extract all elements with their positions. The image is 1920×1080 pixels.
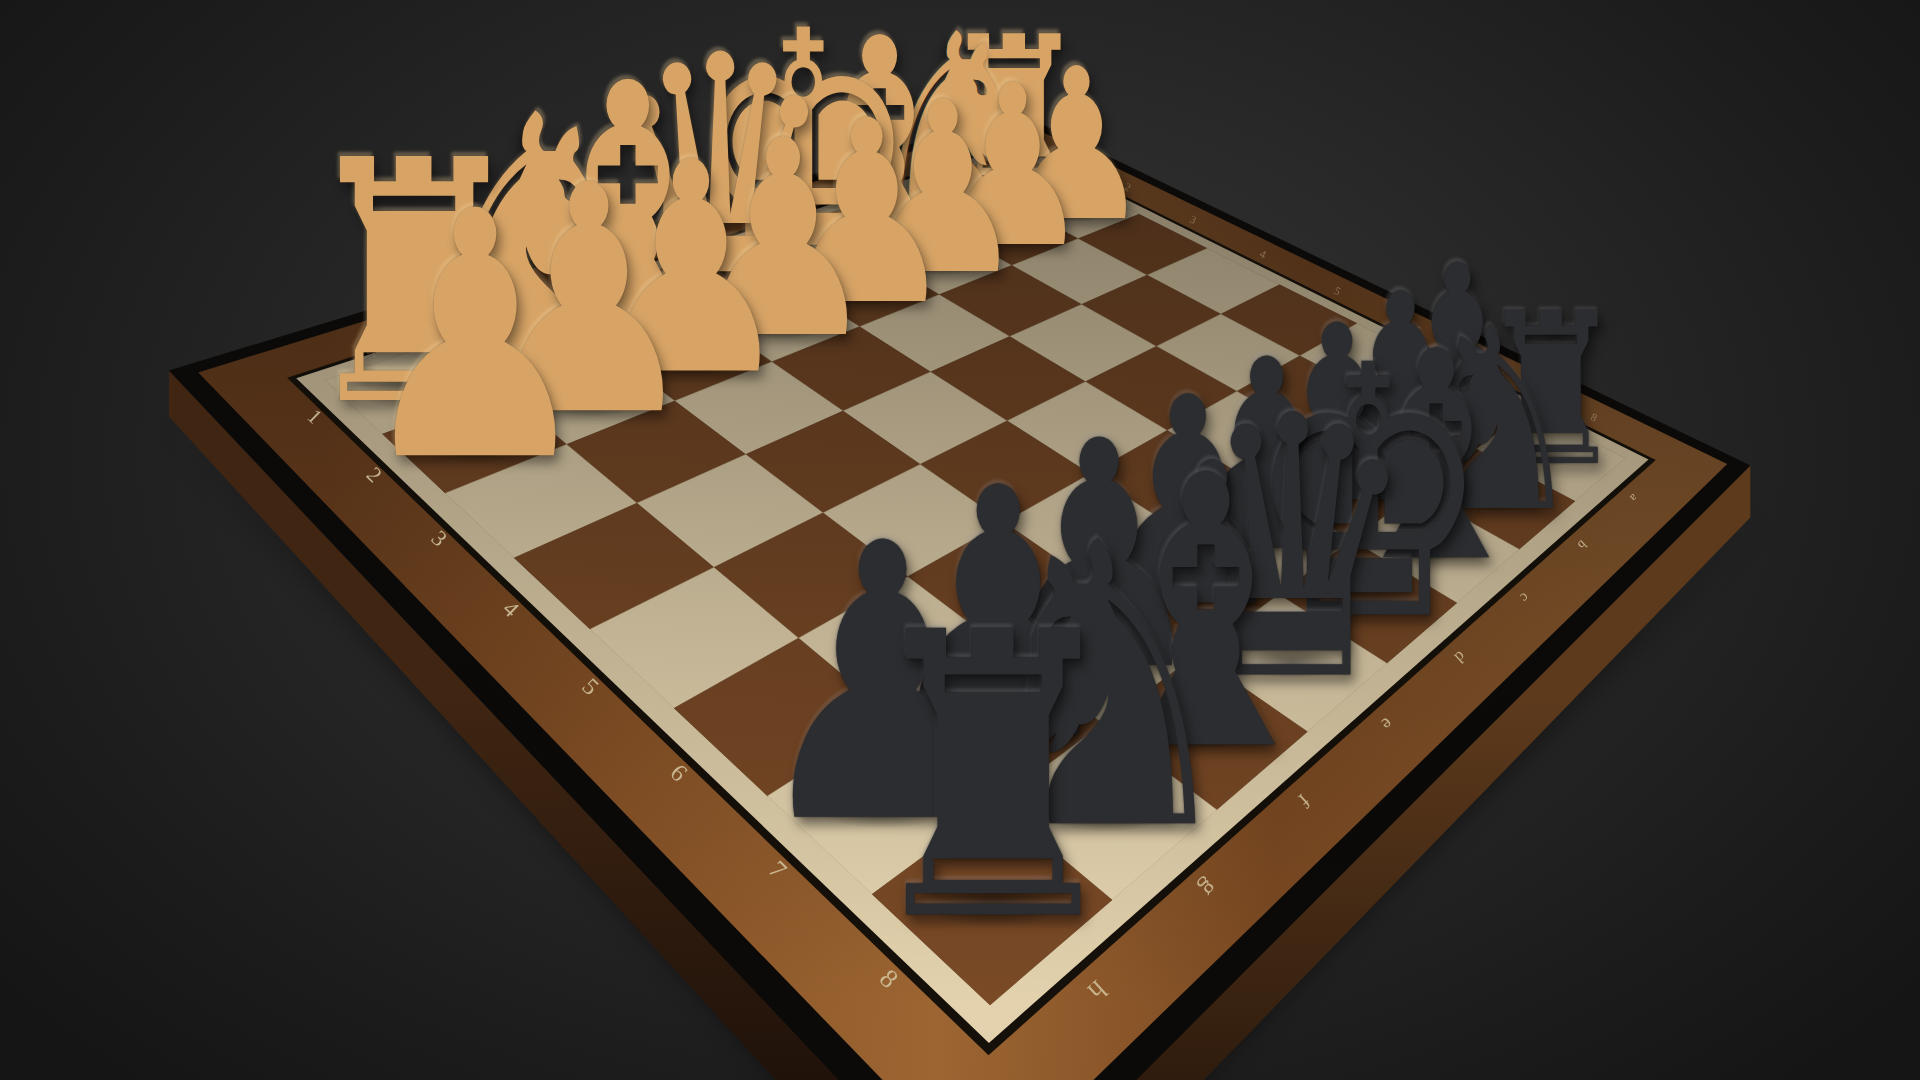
- chess-scene-viewport[interactable]: 12345678abcdefgh12345678abcdefgh ♜♞♟♝♟♚♟…: [0, 0, 1920, 1080]
- chess-board: 12345678abcdefgh12345678abcdefgh: [0, 0, 1920, 1080]
